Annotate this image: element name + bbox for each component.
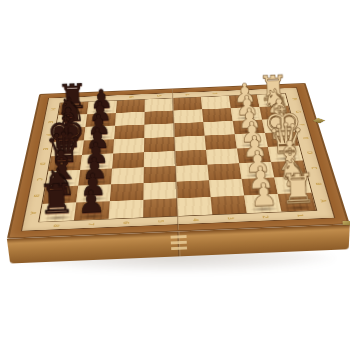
- square-f5[interactable]: [144, 123, 174, 138]
- product-photo-stage: 87654321 87654321 HGFEDCBA HGFEDCBA ♜♟♟♜…: [0, 0, 350, 350]
- square-g6[interactable]: [115, 112, 145, 126]
- chess-board: 87654321 87654321 HGFEDCBA HGFEDCBA ♜♟♟♜…: [7, 83, 350, 239]
- square-g4[interactable]: [173, 109, 203, 123]
- square-g5[interactable]: [144, 111, 173, 125]
- square-b5[interactable]: [143, 182, 177, 200]
- brass-hinge: [343, 221, 350, 226]
- square-a3[interactable]: [211, 196, 247, 215]
- square-a7[interactable]: ♟: [74, 201, 110, 220]
- square-b6[interactable]: [110, 183, 144, 201]
- square-d5[interactable]: [144, 151, 176, 167]
- piece-white-pawn[interactable]: ♟: [249, 179, 278, 211]
- square-f6[interactable]: [114, 125, 144, 140]
- square-b3[interactable]: [209, 179, 244, 197]
- square-c6[interactable]: [111, 167, 144, 184]
- square-b4[interactable]: [176, 180, 210, 198]
- square-e6[interactable]: [113, 138, 144, 154]
- piece-white-rook[interactable]: ♜: [278, 168, 317, 211]
- square-a2[interactable]: ♟: [244, 194, 281, 213]
- finger-joints: [171, 235, 188, 253]
- square-h6[interactable]: [116, 100, 145, 113]
- square-f3[interactable]: [203, 121, 234, 136]
- square-d4[interactable]: [175, 150, 207, 166]
- square-c5[interactable]: [144, 166, 177, 183]
- square-c4[interactable]: [176, 165, 209, 182]
- board-scene: 87654321 87654321 HGFEDCBA HGFEDCBA ♜♟♟♜…: [0, 0, 350, 350]
- square-f4[interactable]: [174, 122, 205, 137]
- square-a1[interactable]: ♜: [278, 193, 316, 212]
- piece-black-pawn[interactable]: ♟: [76, 187, 105, 219]
- camera-tilt-wrapper: 87654321 87654321 HGFEDCBA HGFEDCBA ♜♟♟♜…: [0, 0, 350, 350]
- square-c3[interactable]: [207, 163, 241, 180]
- square-a8[interactable]: ♜: [39, 203, 76, 222]
- piece-black-rook[interactable]: ♜: [37, 178, 76, 221]
- square-a4[interactable]: [177, 197, 212, 216]
